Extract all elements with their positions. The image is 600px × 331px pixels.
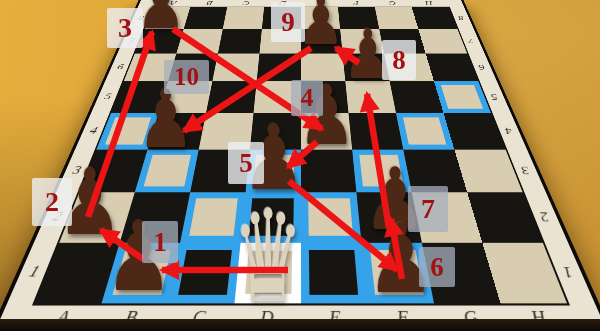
square-f8 (338, 7, 379, 29)
square-d3 (246, 150, 301, 193)
square-a8 (145, 7, 191, 29)
square-f4 (348, 113, 403, 150)
square-d1 (235, 243, 301, 304)
square-e2 (301, 192, 361, 242)
square-c6 (212, 54, 259, 82)
board-edge-shadow (0, 319, 600, 331)
square-e1 (301, 243, 367, 304)
square-e6 (301, 54, 345, 82)
square-c7 (218, 29, 262, 53)
square-d8 (262, 7, 301, 29)
square-d4 (250, 113, 301, 150)
square-e3 (301, 150, 356, 193)
square-e5 (301, 81, 348, 113)
square-c5 (206, 81, 257, 113)
square-e4 (301, 113, 352, 150)
square-f3 (352, 150, 412, 193)
square-b8 (184, 7, 227, 29)
square-c1 (168, 243, 241, 304)
square-d7 (259, 29, 301, 53)
square-f6 (343, 54, 390, 82)
square-d2 (241, 192, 301, 242)
square-c8 (223, 7, 264, 29)
square-e7 (301, 29, 343, 53)
file-label-top-a: A (153, 0, 192, 7)
square-d6 (257, 54, 301, 82)
square-c4 (199, 113, 254, 150)
square-c2 (180, 192, 245, 242)
file-label-top-e: E (301, 0, 338, 7)
square-c3 (190, 150, 250, 193)
file-label-top-f: F (337, 0, 375, 7)
file-label-top-c: C (227, 0, 265, 7)
square-b7 (176, 29, 222, 53)
square-f5 (345, 81, 396, 113)
file-label-top-h: H (409, 0, 448, 7)
file-label-top-g: G (373, 0, 412, 7)
file-label-top-b: B (190, 0, 229, 7)
board-grid: ABCDEFGH8877665544332211ABCDEFGH (0, 0, 600, 331)
scene: ABCDEFGH8877665544332211ABCDEFGH ♟♟♟♟♟♟♟… (0, 0, 600, 331)
chessboard: ABCDEFGH8877665544332211ABCDEFGH (0, 0, 600, 331)
square-f2 (356, 192, 421, 242)
file-label-top-d: D (264, 0, 301, 7)
square-f7 (340, 29, 384, 53)
square-b6 (168, 54, 218, 82)
square-b5 (159, 81, 213, 113)
square-e8 (301, 7, 340, 29)
square-b4 (148, 113, 206, 150)
square-d5 (254, 81, 301, 113)
